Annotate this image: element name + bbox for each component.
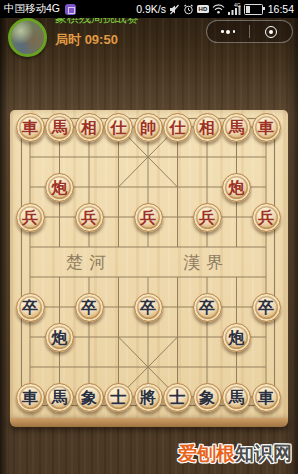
player-avatar[interactable] [8, 18, 47, 57]
watermark-accent-text: 爱刨根 [178, 443, 235, 464]
piece-black-將[interactable]: 將 [134, 383, 163, 412]
watermark-rest-text: 知识网 [235, 443, 292, 464]
piece-red-相[interactable]: 相 [193, 113, 222, 142]
app-screen: 中国移动4G 0.9K/s HD 4G [0, 0, 298, 474]
piece-red-仕[interactable]: 仕 [104, 113, 133, 142]
site-watermark: 爱刨根知识网 [178, 441, 292, 467]
mute-icon [169, 4, 180, 15]
piece-black-車[interactable]: 車 [252, 383, 281, 412]
piece-red-兵[interactable]: 兵 [75, 203, 104, 232]
piece-black-士[interactable]: 士 [163, 383, 192, 412]
piece-red-炮[interactable]: 炮 [222, 173, 251, 202]
piece-black-車[interactable]: 車 [16, 383, 45, 412]
battery-icon [244, 4, 263, 15]
piece-red-炮[interactable]: 炮 [45, 173, 74, 202]
target-circle-icon [265, 26, 277, 38]
river-label-left: 楚河 [66, 251, 112, 274]
net-speed-label: 0.9K/s [136, 3, 166, 15]
piece-black-卒[interactable]: 卒 [193, 293, 222, 322]
piece-red-馬[interactable]: 馬 [45, 113, 74, 142]
piece-red-車[interactable]: 車 [252, 113, 281, 142]
piece-black-士[interactable]: 士 [104, 383, 133, 412]
piece-red-仕[interactable]: 仕 [163, 113, 192, 142]
river-label-right: 漢界 [183, 251, 229, 274]
clock-label: 16:54 [268, 3, 294, 15]
hd-icon: HD [197, 5, 209, 13]
signal-4g-icon: 4G [228, 4, 241, 15]
piece-black-馬[interactable]: 馬 [45, 383, 74, 412]
board-bottom-bevel [10, 418, 288, 427]
notification-app-badge-icon [65, 4, 76, 15]
piece-red-帥[interactable]: 帥 [134, 113, 163, 142]
piece-red-相[interactable]: 相 [75, 113, 104, 142]
piece-black-馬[interactable]: 馬 [222, 383, 251, 412]
timer-value: 09:50 [85, 32, 118, 47]
piece-black-炮[interactable]: 炮 [222, 323, 251, 352]
close-button[interactable] [250, 21, 292, 42]
piece-black-卒[interactable]: 卒 [75, 293, 104, 322]
piece-black-卒[interactable]: 卒 [252, 293, 281, 322]
carrier-label: 中国移动4G [4, 2, 60, 16]
piece-red-兵[interactable]: 兵 [134, 203, 163, 232]
board-grid-lines [10, 110, 288, 418]
ellipsis-icon [221, 30, 235, 34]
piece-black-卒[interactable]: 卒 [134, 293, 163, 322]
wifi-icon [212, 4, 225, 14]
game-timer: 局时 09:50 [55, 31, 118, 49]
status-bar: 中国移动4G 0.9K/s HD 4G [0, 0, 298, 18]
piece-red-馬[interactable]: 馬 [222, 113, 251, 142]
more-options-button[interactable] [207, 21, 249, 42]
miniprogram-capsule [206, 20, 293, 43]
piece-black-象[interactable]: 象 [75, 383, 104, 412]
piece-black-象[interactable]: 象 [193, 383, 222, 412]
piece-red-兵[interactable]: 兵 [193, 203, 222, 232]
alarm-icon [183, 4, 194, 15]
piece-black-卒[interactable]: 卒 [16, 293, 45, 322]
xiangqi-board[interactable]: 楚河 漢界 車馬相仕帥仕相馬車炮炮兵兵兵兵兵卒卒卒卒卒炮炮車馬象士將士象馬車 [10, 110, 288, 418]
piece-red-兵[interactable]: 兵 [252, 203, 281, 232]
piece-red-兵[interactable]: 兵 [16, 203, 45, 232]
piece-black-炮[interactable]: 炮 [45, 323, 74, 352]
piece-red-車[interactable]: 車 [16, 113, 45, 142]
timer-label: 局时 [55, 32, 81, 47]
